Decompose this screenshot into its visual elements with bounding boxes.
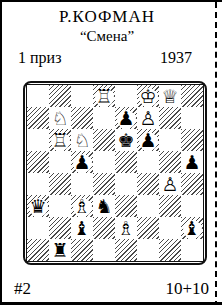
- piece-white-king: ♔: [138, 86, 159, 107]
- square-d1: [93, 239, 115, 261]
- square-e6: ♚: [115, 129, 137, 151]
- board: ♖♔♕♘♟♙♖♘♚♟♟♟♙♛♗♞♝♗♝♜: [26, 84, 204, 262]
- square-a4: [27, 173, 49, 195]
- square-f7: ♙: [137, 107, 159, 129]
- square-b6: ♖: [49, 129, 71, 151]
- piece-black-pawn: ♟: [116, 108, 137, 129]
- square-e5: [115, 151, 137, 173]
- square-h5: ♟: [181, 151, 203, 173]
- square-e7: ♟: [115, 107, 137, 129]
- square-b2: [49, 217, 71, 239]
- problem-award-row: 1 приз 1937: [2, 49, 222, 67]
- square-f6: ♟: [137, 129, 159, 151]
- square-c8: [71, 85, 93, 107]
- square-d4: [93, 173, 115, 195]
- chessboard-frame: ♖♔♕♘♟♙♖♘♚♟♟♟♙♛♗♞♝♗♝♜: [23, 81, 207, 265]
- piece-black-pawn: ♟: [72, 152, 93, 173]
- piece-black-pawn: ♟: [138, 130, 159, 151]
- piece-white-knight: ♘: [50, 108, 71, 129]
- piece-white-rook: ♖: [50, 130, 71, 151]
- square-b1: ♜: [49, 239, 71, 261]
- piece-white-pawn: ♙: [160, 174, 181, 195]
- square-g2: [159, 217, 181, 239]
- square-a6: [27, 129, 49, 151]
- square-f1: [137, 239, 159, 261]
- piece-black-rook: ♜: [50, 240, 71, 261]
- square-c6: ♘: [71, 129, 93, 151]
- problem-caption-row: #2 10+10: [2, 279, 222, 298]
- square-c5: ♟: [71, 151, 93, 173]
- square-a7: [27, 107, 49, 129]
- square-g7: [159, 107, 181, 129]
- piece-black-knight: ♞: [94, 196, 115, 217]
- square-h3: [181, 195, 203, 217]
- square-d6: [93, 129, 115, 151]
- square-d2: [93, 217, 115, 239]
- square-c1: [71, 239, 93, 261]
- piece-white-rook: ♖: [94, 86, 115, 107]
- problem-material-count: 10+10: [165, 279, 209, 298]
- piece-black-bishop: ♝: [182, 218, 203, 239]
- piece-white-bishop: ♗: [72, 196, 93, 217]
- piece-white-pawn: ♙: [138, 108, 159, 129]
- square-e4: [115, 173, 137, 195]
- square-g5: [159, 151, 181, 173]
- square-h6: [181, 129, 203, 151]
- square-f8: ♔: [137, 85, 159, 107]
- square-g1: [159, 239, 181, 261]
- square-h4: [181, 173, 203, 195]
- square-e2: ♗: [115, 217, 137, 239]
- page: Р.КОФМАН “Смена” 1 приз 1937 ♖♔♕♘♟♙♖♘♚♟♟…: [0, 0, 222, 305]
- square-b4: [49, 173, 71, 195]
- square-e3: [115, 195, 137, 217]
- square-a3: ♛: [27, 195, 49, 217]
- square-g4: ♙: [159, 173, 181, 195]
- square-h1: [181, 239, 203, 261]
- square-g3: [159, 195, 181, 217]
- square-f3: [137, 195, 159, 217]
- square-b8: [49, 85, 71, 107]
- square-f4: [137, 173, 159, 195]
- square-a5: [27, 151, 49, 173]
- problem-year: 1937: [160, 49, 192, 67]
- problem-source: “Смена”: [2, 28, 212, 45]
- square-g8: ♕: [159, 85, 181, 107]
- square-b3: [49, 195, 71, 217]
- square-b5: [49, 151, 71, 173]
- page-edge-dashed-border: [215, 2, 217, 305]
- square-d8: ♖: [93, 85, 115, 107]
- square-d5: [93, 151, 115, 173]
- chessboard-wrap: ♖♔♕♘♟♙♖♘♚♟♟♟♙♛♗♞♝♗♝♜: [23, 81, 207, 265]
- square-h8: [181, 85, 203, 107]
- piece-black-pawn: ♟: [182, 152, 203, 173]
- square-c4: [71, 173, 93, 195]
- piece-white-queen: ♕: [160, 86, 181, 107]
- square-a2: [27, 217, 49, 239]
- square-e8: [115, 85, 137, 107]
- piece-black-king: ♚: [116, 130, 137, 151]
- problem-award: 1 приз: [18, 49, 61, 67]
- square-h2: ♝: [181, 217, 203, 239]
- square-d7: [93, 107, 115, 129]
- piece-black-bishop: ♝: [72, 218, 93, 239]
- square-d3: ♞: [93, 195, 115, 217]
- square-b7: ♘: [49, 107, 71, 129]
- square-h7: [181, 107, 203, 129]
- square-a8: [27, 85, 49, 107]
- square-g6: [159, 129, 181, 151]
- square-c7: [71, 107, 93, 129]
- square-f2: [137, 217, 159, 239]
- piece-white-bishop: ♗: [116, 218, 137, 239]
- square-a1: [27, 239, 49, 261]
- problem-author: Р.КОФМАН: [2, 7, 212, 26]
- piece-white-knight: ♘: [72, 130, 93, 151]
- piece-black-queen: ♛: [28, 196, 49, 217]
- square-c2: ♝: [71, 217, 93, 239]
- square-c3: ♗: [71, 195, 93, 217]
- square-e1: [115, 239, 137, 261]
- problem-stipulation: #2: [14, 279, 31, 298]
- square-f5: [137, 151, 159, 173]
